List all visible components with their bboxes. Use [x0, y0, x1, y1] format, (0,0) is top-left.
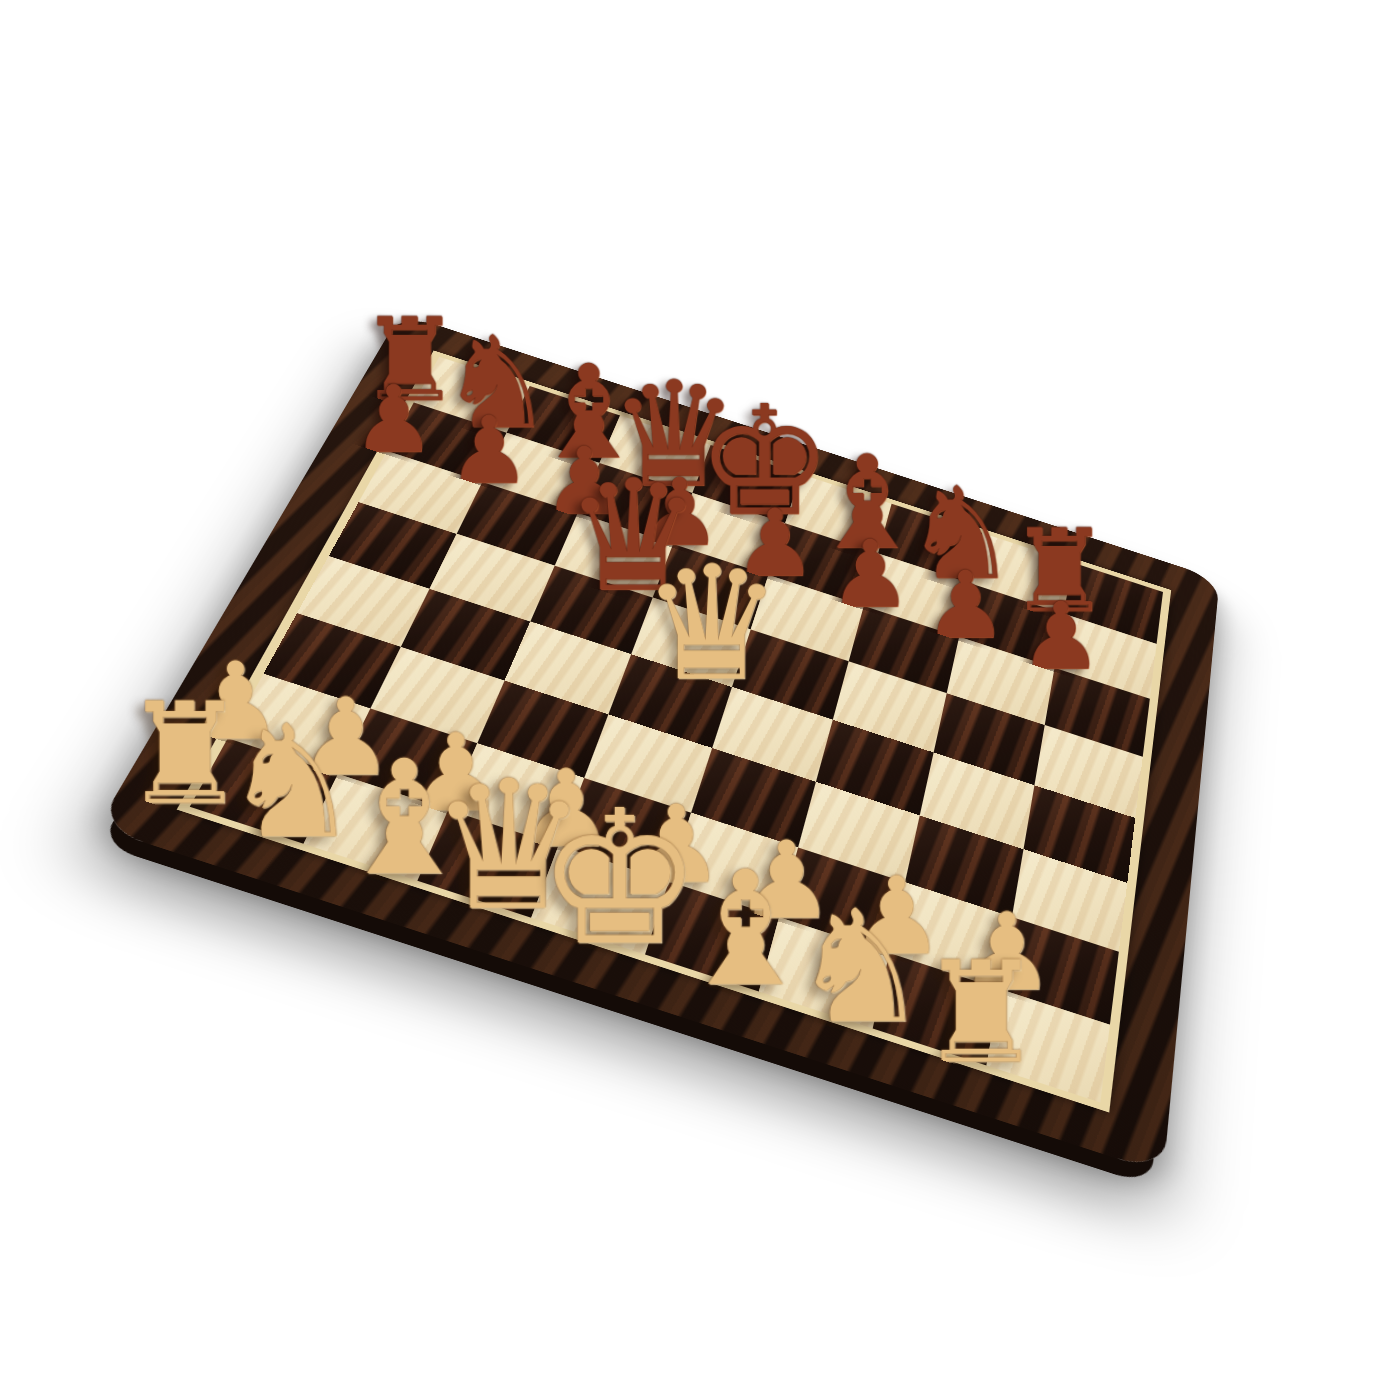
chessboard-grid: ♜♞♝♛♚♝♞♜♟♟♟♟♟♟♟♟♛♛♟♟♟♟♟♟♟♟♜♞♝♛♚♝♞♜: [190, 357, 1163, 1103]
product-photo-scene: ♜♞♝♛♚♝♞♜♟♟♟♟♟♟♟♟♛♛♟♟♟♟♟♟♟♟♜♞♝♛♚♝♞♜: [0, 0, 1400, 1400]
square-f4[interactable]: [816, 720, 934, 816]
chess-board: ♜♞♝♛♚♝♞♜♟♟♟♟♟♟♟♟♛♛♟♟♟♟♟♟♟♟♜♞♝♛♚♝♞♜: [97, 313, 1220, 1173]
board-frame: ♜♞♝♛♚♝♞♜♟♟♟♟♟♟♟♟♛♛♟♟♟♟♟♟♟♟♜♞♝♛♚♝♞♜: [97, 313, 1220, 1173]
maple-trim: ♜♞♝♛♚♝♞♜♟♟♟♟♟♟♟♟♛♛♟♟♟♟♟♟♟♟♜♞♝♛♚♝♞♜: [177, 350, 1171, 1112]
